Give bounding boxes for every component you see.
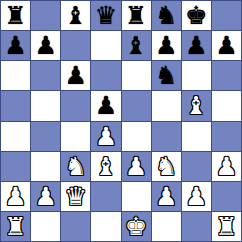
piece-black-pawn[interactable]: ♟ [4,33,26,58]
piece-white-pawn[interactable]: ♟ [4,184,26,209]
piece-black-pawn[interactable]: ♟ [34,33,56,58]
square-f6[interactable]: ♞ [152,61,181,90]
square-b5[interactable] [31,91,60,120]
square-h7[interactable]: ♟ [212,31,241,60]
piece-white-rook[interactable]: ♜ [4,214,26,239]
square-c7[interactable] [61,31,90,60]
square-b6[interactable] [31,61,60,90]
chess-board: ♜♝♛♜♞♚♟♟♝♟♟♟♟♞♟♝♟♞♝♟♞♟♟♟♛♟♟♜♚♜ [0,0,242,242]
square-g6[interactable] [182,61,211,90]
square-b7[interactable]: ♟ [31,31,60,60]
square-g8[interactable]: ♚ [182,1,211,30]
square-a8[interactable]: ♜ [1,1,30,30]
square-e1[interactable]: ♚ [122,212,151,241]
square-b8[interactable] [31,1,60,30]
square-c1[interactable] [61,212,90,241]
piece-white-pawn[interactable]: ♟ [155,184,177,209]
square-c2[interactable]: ♛ [61,182,90,211]
square-e5[interactable] [122,91,151,120]
square-c8[interactable]: ♝ [61,1,90,30]
square-c6[interactable]: ♟ [61,61,90,90]
piece-black-knight[interactable]: ♞ [155,63,177,88]
square-g1[interactable] [182,212,211,241]
square-g7[interactable]: ♟ [182,31,211,60]
square-e8[interactable]: ♜ [122,1,151,30]
piece-black-pawn[interactable]: ♟ [65,63,87,88]
square-f2[interactable]: ♟ [152,182,181,211]
piece-black-pawn[interactable]: ♟ [185,33,207,58]
square-d1[interactable] [91,212,120,241]
piece-white-pawn[interactable]: ♟ [95,124,117,149]
piece-black-bishop[interactable]: ♝ [65,3,87,28]
piece-white-knight[interactable]: ♞ [65,154,87,179]
square-h1[interactable]: ♜ [212,212,241,241]
square-a4[interactable] [1,122,30,151]
square-g2[interactable]: ♟ [182,182,211,211]
square-f5[interactable] [152,91,181,120]
piece-white-pawn[interactable]: ♟ [125,154,147,179]
piece-white-rook[interactable]: ♜ [215,214,237,239]
square-a5[interactable] [1,91,30,120]
square-e6[interactable] [122,61,151,90]
square-b3[interactable] [31,152,60,181]
square-f1[interactable] [152,212,181,241]
piece-white-queen[interactable]: ♛ [65,184,87,209]
square-g3[interactable] [182,152,211,181]
square-a1[interactable]: ♜ [1,212,30,241]
piece-white-pawn[interactable]: ♟ [34,184,56,209]
piece-black-bishop[interactable]: ♝ [125,33,147,58]
square-a2[interactable]: ♟ [1,182,30,211]
square-e7[interactable]: ♝ [122,31,151,60]
square-h6[interactable] [212,61,241,90]
square-f8[interactable]: ♞ [152,1,181,30]
piece-black-pawn[interactable]: ♟ [95,93,117,118]
square-a6[interactable] [1,61,30,90]
square-a7[interactable]: ♟ [1,31,30,60]
square-d8[interactable]: ♛ [91,1,120,30]
piece-white-pawn[interactable]: ♟ [215,154,237,179]
square-c4[interactable] [61,122,90,151]
chess-board-container: ♜♝♛♜♞♚♟♟♝♟♟♟♟♞♟♝♟♞♝♟♞♟♟♟♛♟♟♜♚♜ [0,0,242,242]
piece-black-knight[interactable]: ♞ [155,3,177,28]
square-b2[interactable]: ♟ [31,182,60,211]
square-h3[interactable]: ♟ [212,152,241,181]
square-h4[interactable] [212,122,241,151]
piece-black-pawn[interactable]: ♟ [155,33,177,58]
piece-white-bishop[interactable]: ♝ [185,93,207,118]
square-e4[interactable] [122,122,151,151]
square-g4[interactable] [182,122,211,151]
piece-white-pawn[interactable]: ♟ [185,184,207,209]
square-c3[interactable]: ♞ [61,152,90,181]
square-f7[interactable]: ♟ [152,31,181,60]
piece-black-king[interactable]: ♚ [185,3,207,28]
square-f4[interactable] [152,122,181,151]
piece-black-rook[interactable]: ♜ [4,3,26,28]
square-d5[interactable]: ♟ [91,91,120,120]
square-d7[interactable] [91,31,120,60]
piece-white-bishop[interactable]: ♝ [95,154,117,179]
piece-black-rook[interactable]: ♜ [125,3,147,28]
square-d2[interactable] [91,182,120,211]
square-g5[interactable]: ♝ [182,91,211,120]
square-h5[interactable] [212,91,241,120]
square-f3[interactable]: ♞ [152,152,181,181]
piece-white-knight[interactable]: ♞ [155,154,177,179]
square-d4[interactable]: ♟ [91,122,120,151]
square-d6[interactable] [91,61,120,90]
square-e3[interactable]: ♟ [122,152,151,181]
square-h8[interactable] [212,1,241,30]
piece-black-queen[interactable]: ♛ [95,3,117,28]
square-h2[interactable] [212,182,241,211]
square-d3[interactable]: ♝ [91,152,120,181]
square-c5[interactable] [61,91,90,120]
square-b4[interactable] [31,122,60,151]
piece-white-king[interactable]: ♚ [125,214,147,239]
square-b1[interactable] [31,212,60,241]
square-a3[interactable] [1,152,30,181]
square-e2[interactable] [122,182,151,211]
piece-black-pawn[interactable]: ♟ [215,33,237,58]
